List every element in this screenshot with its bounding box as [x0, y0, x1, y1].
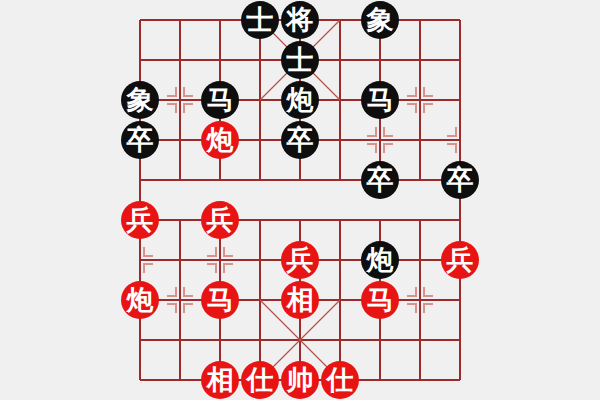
piece-glyph: 卒 [127, 126, 154, 153]
piece-glyph: 炮 [367, 246, 394, 273]
board-point-2-3: 炮 [200, 120, 240, 160]
piece-black-general[interactable]: 将 [281, 1, 319, 39]
piece-red-soldier[interactable]: 兵 [121, 201, 159, 239]
board-point-4-1: 士 [280, 40, 320, 80]
piece-red-soldier[interactable]: 兵 [281, 241, 319, 279]
board-point-4-0: 将 [280, 0, 320, 40]
piece-glyph: 帅 [287, 366, 314, 393]
piece-black-soldier[interactable]: 卒 [281, 121, 319, 159]
piece-glyph: 相 [287, 286, 314, 313]
board-point-6-7: 马 [360, 280, 400, 320]
board-point-4-6: 兵 [280, 240, 320, 280]
board-point-3-0: 士 [240, 0, 280, 40]
piece-red-general[interactable]: 帅 [281, 361, 319, 399]
board-point-8-6: 兵 [440, 240, 480, 280]
piece-red-elephant[interactable]: 相 [281, 281, 319, 319]
piece-black-advisor[interactable]: 士 [241, 1, 279, 39]
piece-glyph: 仕 [247, 366, 274, 393]
piece-glyph: 士 [287, 46, 314, 73]
piece-black-soldier[interactable]: 卒 [441, 161, 479, 199]
piece-black-horse[interactable]: 马 [361, 81, 399, 119]
piece-black-elephant[interactable]: 象 [361, 1, 399, 39]
piece-glyph: 将 [287, 6, 314, 33]
piece-red-horse[interactable]: 马 [201, 281, 239, 319]
piece-red-advisor[interactable]: 仕 [321, 361, 359, 399]
piece-glyph: 卒 [367, 166, 394, 193]
board-point-8-4: 卒 [440, 160, 480, 200]
xiangqi-board-screen: 士将象士象马炮马卒炮卒卒卒兵兵兵炮兵炮马相马相仕帅仕 [0, 0, 600, 400]
piece-glyph: 马 [207, 286, 234, 313]
piece-glyph: 马 [367, 286, 394, 313]
piece-glyph: 卒 [287, 126, 314, 153]
piece-glyph: 马 [367, 86, 394, 113]
piece-black-soldier[interactable]: 卒 [361, 161, 399, 199]
piece-red-horse[interactable]: 马 [361, 281, 399, 319]
board-point-4-7: 相 [280, 280, 320, 320]
piece-red-elephant[interactable]: 相 [201, 361, 239, 399]
piece-red-advisor[interactable]: 仕 [241, 361, 279, 399]
board-point-0-3: 卒 [120, 120, 160, 160]
piece-black-cannon[interactable]: 炮 [281, 81, 319, 119]
board-point-6-2: 马 [360, 80, 400, 120]
board-point-2-9: 相 [200, 360, 240, 400]
piece-glyph: 炮 [287, 86, 314, 113]
piece-glyph: 炮 [127, 286, 154, 313]
board-point-2-5: 兵 [200, 200, 240, 240]
board-point-4-2: 炮 [280, 80, 320, 120]
piece-glyph: 相 [207, 366, 234, 393]
piece-glyph: 兵 [207, 206, 234, 233]
board-point-4-3: 卒 [280, 120, 320, 160]
piece-red-cannon[interactable]: 炮 [121, 281, 159, 319]
piece-glyph: 仕 [327, 366, 354, 393]
board-point-0-5: 兵 [120, 200, 160, 240]
board-point-3-9: 仕 [240, 360, 280, 400]
piece-red-cannon[interactable]: 炮 [201, 121, 239, 159]
piece-glyph: 象 [367, 6, 394, 33]
piece-red-soldier[interactable]: 兵 [441, 241, 479, 279]
board-point-2-2: 马 [200, 80, 240, 120]
board-point-6-6: 炮 [360, 240, 400, 280]
board-point-6-4: 卒 [360, 160, 400, 200]
piece-red-soldier[interactable]: 兵 [201, 201, 239, 239]
piece-glyph: 兵 [127, 206, 154, 233]
piece-black-elephant[interactable]: 象 [121, 81, 159, 119]
board-point-2-7: 马 [200, 280, 240, 320]
piece-glyph: 象 [127, 86, 154, 113]
piece-glyph: 炮 [207, 126, 234, 153]
piece-black-cannon[interactable]: 炮 [361, 241, 399, 279]
board-point-4-9: 帅 [280, 360, 320, 400]
piece-black-soldier[interactable]: 卒 [121, 121, 159, 159]
piece-black-horse[interactable]: 马 [201, 81, 239, 119]
piece-black-advisor[interactable]: 士 [281, 41, 319, 79]
piece-glyph: 兵 [447, 246, 474, 273]
xiangqi-board[interactable]: 士将象士象马炮马卒炮卒卒卒兵兵兵炮兵炮马相马相仕帅仕 [120, 0, 480, 400]
piece-glyph: 卒 [447, 166, 474, 193]
board-point-6-0: 象 [360, 0, 400, 40]
board-point-0-2: 象 [120, 80, 160, 120]
piece-glyph: 马 [207, 86, 234, 113]
board-point-0-7: 炮 [120, 280, 160, 320]
board-point-5-9: 仕 [320, 360, 360, 400]
piece-glyph: 士 [247, 6, 274, 33]
piece-glyph: 兵 [287, 246, 314, 273]
